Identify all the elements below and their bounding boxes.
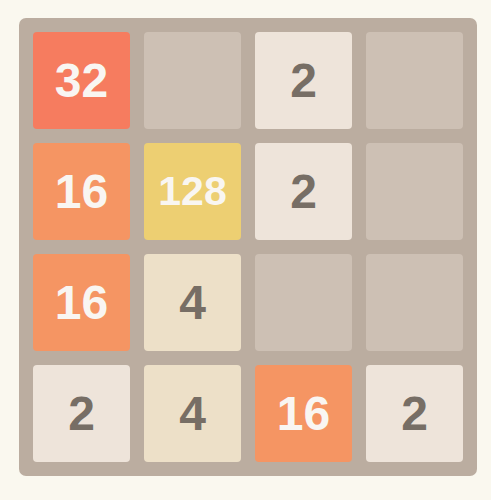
empty-cell (144, 32, 241, 129)
tile-2: 2 (366, 365, 463, 462)
tile-4: 4 (144, 254, 241, 351)
tile-16: 16 (255, 365, 352, 462)
tile-2: 2 (33, 365, 130, 462)
game-board-2048[interactable]: 32216128216424162 (19, 18, 477, 476)
empty-cell (255, 254, 352, 351)
tile-32: 32 (33, 32, 130, 129)
tile-4: 4 (144, 365, 241, 462)
tile-128: 128 (144, 143, 241, 240)
empty-cell (366, 32, 463, 129)
tile-2: 2 (255, 143, 352, 240)
tile-16: 16 (33, 143, 130, 240)
tile-16: 16 (33, 254, 130, 351)
empty-cell (366, 254, 463, 351)
empty-cell (366, 143, 463, 240)
tile-2: 2 (255, 32, 352, 129)
